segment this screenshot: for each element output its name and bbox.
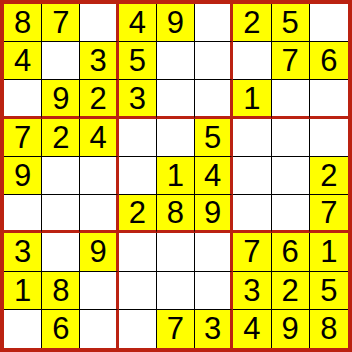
cell-r7c6[interactable] <box>195 233 233 271</box>
cell-r4c3: 4 <box>80 119 118 157</box>
cell-r7c2[interactable] <box>42 233 80 271</box>
cell-r3c9[interactable] <box>310 80 348 118</box>
cell-r8c5[interactable] <box>157 272 195 310</box>
cell-r7c4[interactable] <box>119 233 157 271</box>
cell-r1c7: 2 <box>233 4 271 42</box>
cell-r7c7: 7 <box>233 233 271 271</box>
cell-r3c4: 3 <box>119 80 157 118</box>
cell-r6c7[interactable] <box>233 195 271 233</box>
cell-r4c7[interactable] <box>233 119 271 157</box>
cell-r7c1: 3 <box>4 233 42 271</box>
cell-r8c2: 8 <box>42 272 80 310</box>
cell-r4c9[interactable] <box>310 119 348 157</box>
cell-r2c8: 7 <box>272 42 310 80</box>
cell-r1c2: 7 <box>42 4 80 42</box>
cell-r2c1: 4 <box>4 42 42 80</box>
cell-r3c3: 2 <box>80 80 118 118</box>
cell-r4c5[interactable] <box>157 119 195 157</box>
cell-r8c8: 2 <box>272 272 310 310</box>
cell-r2c9: 6 <box>310 42 348 80</box>
cell-r7c8: 6 <box>272 233 310 271</box>
cell-r5c2[interactable] <box>42 157 80 195</box>
cell-r2c6[interactable] <box>195 42 233 80</box>
cell-r7c9: 1 <box>310 233 348 271</box>
cell-r3c2: 9 <box>42 80 80 118</box>
cell-r5c9: 2 <box>310 157 348 195</box>
cell-r6c1[interactable] <box>4 195 42 233</box>
cell-r6c8[interactable] <box>272 195 310 233</box>
cell-r5c3[interactable] <box>80 157 118 195</box>
cell-r5c6: 4 <box>195 157 233 195</box>
cell-r1c9[interactable] <box>310 4 348 42</box>
cell-r6c6: 9 <box>195 195 233 233</box>
cell-r6c2[interactable] <box>42 195 80 233</box>
cell-r7c3: 9 <box>80 233 118 271</box>
cell-r9c2: 6 <box>42 310 80 348</box>
cell-r3c8[interactable] <box>272 80 310 118</box>
cell-r9c4[interactable] <box>119 310 157 348</box>
cell-r8c1: 1 <box>4 272 42 310</box>
cell-r9c8: 9 <box>272 310 310 348</box>
cell-r9c3[interactable] <box>80 310 118 348</box>
cell-r1c1: 8 <box>4 4 42 42</box>
cell-r9c7: 4 <box>233 310 271 348</box>
cell-r5c5: 1 <box>157 157 195 195</box>
cell-r9c1[interactable] <box>4 310 42 348</box>
cell-r8c9: 5 <box>310 272 348 310</box>
cell-r9c6: 3 <box>195 310 233 348</box>
sudoku-board: 8749254357692317245914228973976118325673… <box>0 0 352 352</box>
cell-r1c4: 4 <box>119 4 157 42</box>
cell-r2c3: 3 <box>80 42 118 80</box>
cell-r1c3[interactable] <box>80 4 118 42</box>
cell-r4c8[interactable] <box>272 119 310 157</box>
cell-r3c7: 1 <box>233 80 271 118</box>
cell-r5c7[interactable] <box>233 157 271 195</box>
cell-r5c4[interactable] <box>119 157 157 195</box>
cell-r3c6[interactable] <box>195 80 233 118</box>
cell-r5c1: 9 <box>4 157 42 195</box>
cell-r1c6[interactable] <box>195 4 233 42</box>
cell-r1c5: 9 <box>157 4 195 42</box>
cell-r8c7: 3 <box>233 272 271 310</box>
cell-r6c5: 8 <box>157 195 195 233</box>
cell-r3c1[interactable] <box>4 80 42 118</box>
cell-r8c3[interactable] <box>80 272 118 310</box>
cell-r9c9: 8 <box>310 310 348 348</box>
cell-r8c6[interactable] <box>195 272 233 310</box>
cell-r4c1: 7 <box>4 119 42 157</box>
cell-r4c6: 5 <box>195 119 233 157</box>
cell-r2c7[interactable] <box>233 42 271 80</box>
cell-r7c5[interactable] <box>157 233 195 271</box>
cell-r6c9: 7 <box>310 195 348 233</box>
cell-r2c5[interactable] <box>157 42 195 80</box>
cell-r4c2: 2 <box>42 119 80 157</box>
cell-r9c5: 7 <box>157 310 195 348</box>
cell-r2c4: 5 <box>119 42 157 80</box>
cell-r8c4[interactable] <box>119 272 157 310</box>
cell-r6c4: 2 <box>119 195 157 233</box>
cell-r2c2[interactable] <box>42 42 80 80</box>
cell-r1c8: 5 <box>272 4 310 42</box>
cell-r3c5[interactable] <box>157 80 195 118</box>
cell-r6c3[interactable] <box>80 195 118 233</box>
cell-r4c4[interactable] <box>119 119 157 157</box>
cell-r5c8[interactable] <box>272 157 310 195</box>
